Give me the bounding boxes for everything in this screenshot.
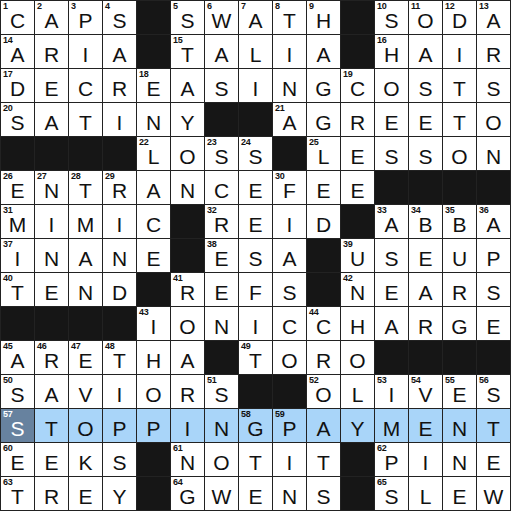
letter-cell[interactable]: 56S bbox=[477, 375, 510, 408]
cell-letter: H bbox=[307, 10, 340, 32]
cell-letter: I bbox=[69, 44, 102, 66]
cell-letter: I bbox=[103, 112, 136, 134]
block-cell bbox=[307, 239, 340, 272]
cell-letter: T bbox=[171, 44, 204, 66]
letter-cell[interactable]: E bbox=[35, 69, 68, 102]
letter-cell[interactable]: 32R bbox=[205, 205, 238, 238]
letter-cell[interactable]: C bbox=[69, 69, 102, 102]
letter-cell[interactable]: C bbox=[273, 307, 306, 340]
letter-cell[interactable]: N bbox=[205, 307, 238, 340]
letter-cell[interactable]: 29R bbox=[103, 171, 136, 204]
cell-letter: N bbox=[205, 316, 238, 338]
letter-cell[interactable]: 21A bbox=[273, 103, 306, 136]
cell-letter: S bbox=[375, 248, 408, 270]
cursor-cell[interactable]: 57S bbox=[1, 409, 34, 442]
letter-cell[interactable]: M bbox=[375, 409, 408, 442]
cell-letter: M bbox=[1, 214, 34, 236]
cell-letter: E bbox=[1, 180, 34, 202]
cell-letter: A bbox=[307, 418, 340, 440]
cell-letter: R bbox=[443, 282, 476, 304]
letter-cell[interactable]: 33A bbox=[375, 205, 408, 238]
cell-letter: S bbox=[409, 146, 442, 168]
cell-letter: A bbox=[35, 384, 68, 406]
letter-cell[interactable]: I bbox=[443, 35, 476, 68]
letter-cell[interactable]: 22L bbox=[137, 137, 170, 170]
cell-letter: R bbox=[171, 282, 204, 304]
letter-cell[interactable]: 3P bbox=[69, 1, 102, 34]
cell-letter: I bbox=[273, 214, 306, 236]
letter-cell[interactable]: 25L bbox=[307, 137, 340, 170]
letter-cell[interactable]: 28T bbox=[69, 171, 102, 204]
letter-cell[interactable]: R bbox=[409, 307, 442, 340]
letter-cell[interactable]: S bbox=[409, 137, 442, 170]
letter-cell[interactable]: N bbox=[443, 409, 476, 442]
letter-cell[interactable]: A bbox=[409, 35, 442, 68]
cell-letter: P bbox=[375, 452, 408, 474]
cell-letter: O bbox=[273, 350, 306, 372]
cell-letter: K bbox=[69, 452, 102, 474]
letter-cell[interactable]: 5S bbox=[171, 1, 204, 34]
letter-cell[interactable]: N bbox=[35, 239, 68, 272]
letter-cell[interactable]: 53I bbox=[375, 375, 408, 408]
letter-cell[interactable]: 54V bbox=[409, 375, 442, 408]
letter-cell[interactable]: A bbox=[171, 69, 204, 102]
letter-cell[interactable]: N bbox=[171, 171, 204, 204]
letter-cell[interactable]: I bbox=[103, 103, 136, 136]
cell-letter: T bbox=[103, 350, 136, 372]
cell-letter: G bbox=[307, 112, 340, 134]
cell-letter: I bbox=[239, 78, 272, 100]
cell-letter: M bbox=[69, 214, 102, 236]
cell-letter: N bbox=[273, 78, 306, 100]
letter-cell[interactable]: V bbox=[69, 375, 102, 408]
letter-cell[interactable]: 36A bbox=[477, 205, 510, 238]
letter-cell[interactable]: W bbox=[477, 477, 510, 510]
block-cell bbox=[477, 171, 510, 204]
letter-cell[interactable]: 7A bbox=[239, 1, 272, 34]
cell-letter: O bbox=[171, 316, 204, 338]
letter-cell[interactable]: 26E bbox=[1, 171, 34, 204]
cell-letter: N bbox=[171, 452, 204, 474]
letter-cell[interactable]: 55E bbox=[443, 375, 476, 408]
letter-cell[interactable]: 45A bbox=[1, 341, 34, 374]
letter-cell[interactable]: E bbox=[137, 239, 170, 272]
letter-cell[interactable]: I bbox=[409, 443, 442, 476]
cell-letter: F bbox=[239, 282, 272, 304]
letter-cell[interactable]: L bbox=[239, 35, 272, 68]
cell-letter: S bbox=[375, 10, 408, 32]
cell-letter: S bbox=[409, 78, 442, 100]
letter-cell[interactable]: P bbox=[137, 409, 170, 442]
letter-cell[interactable]: S bbox=[477, 273, 510, 306]
cell-letter: O bbox=[375, 78, 408, 100]
letter-cell[interactable]: G bbox=[307, 103, 340, 136]
cell-letter: S bbox=[477, 78, 510, 100]
letter-cell[interactable]: 65S bbox=[375, 477, 408, 510]
letter-cell[interactable]: A bbox=[409, 273, 442, 306]
cell-letter: T bbox=[477, 418, 510, 440]
cell-letter: A bbox=[171, 350, 204, 372]
letter-cell[interactable]: N bbox=[273, 477, 306, 510]
letter-cell[interactable]: S bbox=[239, 239, 272, 272]
letter-cell[interactable]: T bbox=[35, 409, 68, 442]
cell-letter: T bbox=[239, 452, 272, 474]
letter-cell[interactable]: I bbox=[35, 205, 68, 238]
block-cell bbox=[341, 205, 374, 238]
cell-letter: T bbox=[69, 112, 102, 134]
letter-cell[interactable]: E bbox=[477, 307, 510, 340]
letter-cell[interactable]: E bbox=[375, 273, 408, 306]
letter-cell[interactable]: I bbox=[103, 375, 136, 408]
cell-letter: E bbox=[137, 78, 170, 100]
letter-cell[interactable]: 52O bbox=[307, 375, 340, 408]
letter-cell[interactable]: 40T bbox=[1, 273, 34, 306]
letter-cell[interactable]: 44C bbox=[307, 307, 340, 340]
letter-cell[interactable]: Y bbox=[341, 409, 374, 442]
letter-cell[interactable]: E bbox=[239, 477, 272, 510]
letter-cell[interactable]: U bbox=[443, 239, 476, 272]
letter-cell[interactable]: W bbox=[205, 477, 238, 510]
cell-letter: I bbox=[1, 248, 34, 270]
letter-cell[interactable]: R bbox=[35, 477, 68, 510]
cell-letter: R bbox=[35, 44, 68, 66]
cell-letter: I bbox=[443, 44, 476, 66]
letter-cell[interactable]: 9H bbox=[307, 1, 340, 34]
letter-cell[interactable]: A bbox=[35, 103, 68, 136]
cell-letter: N bbox=[273, 486, 306, 508]
letter-cell[interactable]: I bbox=[69, 35, 102, 68]
letter-cell[interactable]: 12D bbox=[443, 1, 476, 34]
letter-cell[interactable]: 8T bbox=[273, 1, 306, 34]
letter-cell[interactable]: R bbox=[477, 35, 510, 68]
letter-cell[interactable]: O bbox=[171, 307, 204, 340]
letter-cell[interactable]: E bbox=[35, 443, 68, 476]
cell-letter: A bbox=[171, 78, 204, 100]
block-cell bbox=[341, 443, 374, 476]
letter-cell[interactable]: 23S bbox=[205, 137, 238, 170]
letter-cell[interactable]: E bbox=[341, 171, 374, 204]
letter-cell[interactable]: 41R bbox=[171, 273, 204, 306]
letter-cell[interactable]: L bbox=[341, 375, 374, 408]
letter-cell[interactable]: S bbox=[375, 137, 408, 170]
cell-letter: R bbox=[35, 350, 68, 372]
letter-cell[interactable]: C bbox=[205, 171, 238, 204]
letter-cell[interactable]: A bbox=[307, 35, 340, 68]
letter-cell[interactable]: Y bbox=[103, 477, 136, 510]
letter-cell[interactable]: A bbox=[171, 341, 204, 374]
letter-cell[interactable]: A bbox=[137, 171, 170, 204]
cell-letter: T bbox=[1, 486, 34, 508]
cell-letter: L bbox=[137, 146, 170, 168]
cell-letter: L bbox=[307, 146, 340, 168]
letter-cell[interactable]: A bbox=[103, 35, 136, 68]
letter-cell[interactable]: Y bbox=[171, 103, 204, 136]
letter-cell[interactable]: A bbox=[273, 239, 306, 272]
letter-cell[interactable]: 46R bbox=[35, 341, 68, 374]
cell-letter: E bbox=[1, 452, 34, 474]
cell-letter: E bbox=[409, 248, 442, 270]
letter-cell[interactable]: E bbox=[341, 137, 374, 170]
letter-cell[interactable]: O bbox=[477, 103, 510, 136]
letter-cell[interactable]: G bbox=[307, 69, 340, 102]
letter-cell[interactable]: 49T bbox=[239, 341, 272, 374]
letter-cell[interactable]: S bbox=[205, 69, 238, 102]
letter-cell[interactable]: E bbox=[375, 103, 408, 136]
letter-cell[interactable]: D bbox=[103, 273, 136, 306]
block-cell bbox=[375, 171, 408, 204]
cell-letter: R bbox=[307, 350, 340, 372]
letter-cell[interactable]: S bbox=[273, 273, 306, 306]
letter-cell[interactable]: 31M bbox=[1, 205, 34, 238]
letter-cell[interactable]: I bbox=[239, 307, 272, 340]
cell-letter: S bbox=[307, 486, 340, 508]
letter-cell[interactable]: O bbox=[341, 341, 374, 374]
cell-letter: E bbox=[341, 146, 374, 168]
letter-cell[interactable]: 16H bbox=[375, 35, 408, 68]
cell-letter: E bbox=[341, 180, 374, 202]
cell-letter: E bbox=[409, 418, 442, 440]
letter-cell[interactable]: D bbox=[307, 205, 340, 238]
letter-cell[interactable]: T bbox=[69, 103, 102, 136]
cell-letter: G bbox=[171, 486, 204, 508]
cell-letter: C bbox=[273, 316, 306, 338]
letter-cell[interactable]: A bbox=[205, 35, 238, 68]
letter-cell[interactable]: 2A bbox=[35, 1, 68, 34]
letter-cell[interactable]: 14A bbox=[1, 35, 34, 68]
letter-cell[interactable]: 18E bbox=[137, 69, 170, 102]
letter-cell[interactable]: 39U bbox=[341, 239, 374, 272]
letter-cell[interactable]: 58G bbox=[239, 409, 272, 442]
letter-cell[interactable]: 43I bbox=[137, 307, 170, 340]
cell-letter: I bbox=[35, 214, 68, 236]
letter-cell[interactable]: O bbox=[171, 137, 204, 170]
block-cell bbox=[1, 137, 34, 170]
letter-cell[interactable]: O bbox=[137, 375, 170, 408]
letter-cell[interactable]: 13A bbox=[477, 1, 510, 34]
letter-cell[interactable]: 4S bbox=[103, 1, 136, 34]
letter-cell[interactable]: 11O bbox=[409, 1, 442, 34]
cell-letter: O bbox=[137, 384, 170, 406]
letter-cell[interactable]: 1C bbox=[1, 1, 34, 34]
cell-letter: S bbox=[239, 146, 272, 168]
letter-cell[interactable]: S bbox=[477, 69, 510, 102]
cell-letter: R bbox=[341, 112, 374, 134]
letter-cell[interactable]: N bbox=[103, 239, 136, 272]
letter-cell[interactable]: E bbox=[409, 409, 442, 442]
cell-letter: N bbox=[69, 282, 102, 304]
letter-cell[interactable]: H bbox=[341, 307, 374, 340]
letter-cell[interactable]: 10S bbox=[375, 1, 408, 34]
letter-cell[interactable]: I bbox=[273, 205, 306, 238]
letter-cell[interactable]: T bbox=[477, 409, 510, 442]
letter-cell[interactable]: E bbox=[69, 477, 102, 510]
letter-cell[interactable]: 38E bbox=[205, 239, 238, 272]
letter-cell[interactable]: P bbox=[103, 409, 136, 442]
letter-cell[interactable]: O bbox=[443, 137, 476, 170]
letter-cell[interactable]: A bbox=[375, 307, 408, 340]
letter-cell[interactable]: 42N bbox=[341, 273, 374, 306]
block-cell bbox=[341, 477, 374, 510]
cell-letter: E bbox=[239, 486, 272, 508]
cell-letter: N bbox=[205, 418, 238, 440]
letter-cell[interactable]: E bbox=[409, 239, 442, 272]
letter-cell[interactable]: I bbox=[171, 409, 204, 442]
letter-cell[interactable]: 48T bbox=[103, 341, 136, 374]
letter-cell[interactable]: 64G bbox=[171, 477, 204, 510]
letter-cell[interactable]: 35B bbox=[443, 205, 476, 238]
letter-cell[interactable]: E bbox=[239, 171, 272, 204]
letter-cell[interactable]: E bbox=[35, 273, 68, 306]
cell-letter: E bbox=[239, 214, 272, 236]
letter-cell[interactable]: R bbox=[443, 273, 476, 306]
cell-letter: B bbox=[409, 214, 442, 236]
letter-cell[interactable]: R bbox=[171, 375, 204, 408]
letter-cell[interactable]: 24S bbox=[239, 137, 272, 170]
cell-letter: O bbox=[341, 350, 374, 372]
letter-cell[interactable]: E bbox=[443, 477, 476, 510]
letter-cell[interactable]: L bbox=[409, 477, 442, 510]
letter-cell[interactable]: N bbox=[69, 273, 102, 306]
letter-cell[interactable]: A bbox=[69, 239, 102, 272]
letter-cell[interactable]: E bbox=[477, 443, 510, 476]
letter-cell[interactable]: T bbox=[443, 69, 476, 102]
cell-letter: B bbox=[443, 214, 476, 236]
letter-cell[interactable]: O bbox=[375, 69, 408, 102]
cell-letter: E bbox=[409, 112, 442, 134]
letter-cell[interactable]: 51S bbox=[205, 375, 238, 408]
cell-letter: T bbox=[35, 418, 68, 440]
letter-cell[interactable]: A bbox=[307, 409, 340, 442]
letter-cell[interactable]: N bbox=[443, 443, 476, 476]
cell-letter: U bbox=[443, 248, 476, 270]
letter-cell[interactable]: I bbox=[273, 35, 306, 68]
letter-cell[interactable]: F bbox=[239, 273, 272, 306]
letter-cell[interactable]: I bbox=[273, 443, 306, 476]
cell-letter: E bbox=[35, 78, 68, 100]
cell-letter: E bbox=[69, 486, 102, 508]
letter-cell[interactable]: 6W bbox=[205, 1, 238, 34]
cell-letter: I bbox=[273, 452, 306, 474]
letter-cell[interactable]: T bbox=[443, 103, 476, 136]
letter-cell[interactable]: E bbox=[239, 205, 272, 238]
letter-cell[interactable]: I bbox=[239, 69, 272, 102]
letter-cell[interactable]: K bbox=[69, 443, 102, 476]
cell-letter: A bbox=[375, 316, 408, 338]
cell-letter: R bbox=[171, 384, 204, 406]
cell-letter: V bbox=[409, 384, 442, 406]
cell-letter: O bbox=[205, 452, 238, 474]
cell-letter: A bbox=[1, 350, 34, 372]
cell-letter: A bbox=[1, 44, 34, 66]
letter-cell[interactable]: S bbox=[409, 69, 442, 102]
block-cell bbox=[103, 137, 136, 170]
block-cell bbox=[69, 137, 102, 170]
letter-cell[interactable]: 61N bbox=[171, 443, 204, 476]
cell-letter: S bbox=[1, 418, 34, 440]
letter-cell[interactable]: A bbox=[35, 375, 68, 408]
letter-cell[interactable]: O bbox=[69, 409, 102, 442]
letter-cell[interactable]: 62P bbox=[375, 443, 408, 476]
cell-letter: N bbox=[477, 146, 510, 168]
letter-cell[interactable]: R bbox=[103, 69, 136, 102]
cell-letter: R bbox=[35, 486, 68, 508]
letter-cell[interactable]: O bbox=[273, 341, 306, 374]
cell-letter: N bbox=[443, 452, 476, 474]
cell-letter: O bbox=[477, 112, 510, 134]
letter-cell[interactable]: T bbox=[307, 443, 340, 476]
cell-letter: G bbox=[443, 316, 476, 338]
letter-cell[interactable]: T bbox=[239, 443, 272, 476]
letter-cell[interactable]: E bbox=[307, 171, 340, 204]
letter-cell[interactable]: P bbox=[477, 239, 510, 272]
block-cell bbox=[341, 1, 374, 34]
cell-letter: E bbox=[35, 282, 68, 304]
letter-cell[interactable]: 60E bbox=[1, 443, 34, 476]
letter-cell[interactable]: 47E bbox=[69, 341, 102, 374]
cell-letter: C bbox=[69, 78, 102, 100]
letter-cell[interactable]: 37I bbox=[1, 239, 34, 272]
letter-cell[interactable]: G bbox=[443, 307, 476, 340]
letter-cell[interactable]: N bbox=[477, 137, 510, 170]
cell-letter: N bbox=[35, 248, 68, 270]
cell-letter: D bbox=[307, 214, 340, 236]
cell-letter: T bbox=[239, 350, 272, 372]
letter-cell[interactable]: M bbox=[69, 205, 102, 238]
letter-cell[interactable]: S bbox=[103, 443, 136, 476]
letter-cell[interactable]: 15T bbox=[171, 35, 204, 68]
letter-cell[interactable]: H bbox=[137, 341, 170, 374]
letter-cell[interactable]: 34B bbox=[409, 205, 442, 238]
cell-letter: N bbox=[341, 282, 374, 304]
letter-cell[interactable]: S bbox=[375, 239, 408, 272]
letter-cell[interactable]: 63T bbox=[1, 477, 34, 510]
cell-letter: A bbox=[477, 214, 510, 236]
letter-cell[interactable]: 19C bbox=[341, 69, 374, 102]
letter-cell[interactable]: O bbox=[205, 443, 238, 476]
letter-cell[interactable]: E bbox=[409, 103, 442, 136]
letter-cell[interactable]: R bbox=[35, 35, 68, 68]
letter-cell[interactable]: 30F bbox=[273, 171, 306, 204]
letter-cell[interactable]: N bbox=[137, 103, 170, 136]
cell-letter: T bbox=[443, 78, 476, 100]
letter-cell[interactable]: R bbox=[341, 103, 374, 136]
cell-letter: C bbox=[341, 78, 374, 100]
cell-letter: W bbox=[477, 486, 510, 508]
letter-cell[interactable]: N bbox=[273, 69, 306, 102]
letter-cell[interactable]: N bbox=[205, 409, 238, 442]
letter-cell[interactable]: S bbox=[307, 477, 340, 510]
cell-letter: E bbox=[375, 282, 408, 304]
cell-letter: I bbox=[273, 44, 306, 66]
cell-letter: A bbox=[273, 112, 306, 134]
letter-cell[interactable]: 20S bbox=[1, 103, 34, 136]
cell-letter: O bbox=[171, 146, 204, 168]
letter-cell[interactable]: 17D bbox=[1, 69, 34, 102]
letter-cell[interactable]: C bbox=[137, 205, 170, 238]
cell-letter: O bbox=[443, 146, 476, 168]
letter-cell[interactable]: 50S bbox=[1, 375, 34, 408]
letter-cell[interactable]: 59P bbox=[273, 409, 306, 442]
block-cell bbox=[273, 375, 306, 408]
letter-cell[interactable]: 27N bbox=[35, 171, 68, 204]
letter-cell[interactable]: E bbox=[205, 273, 238, 306]
cell-letter: H bbox=[137, 350, 170, 372]
cell-letter: E bbox=[137, 248, 170, 270]
block-cell bbox=[103, 307, 136, 340]
letter-cell[interactable]: I bbox=[103, 205, 136, 238]
letter-cell[interactable]: R bbox=[307, 341, 340, 374]
cell-letter: E bbox=[477, 452, 510, 474]
